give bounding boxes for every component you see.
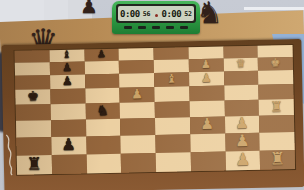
square-f7[interactable]: ♟ (50, 74, 85, 89)
piece-black-rook[interactable]: ♜ (26, 155, 42, 172)
square-d7[interactable] (50, 103, 85, 120)
clock-button[interactable] (138, 26, 146, 29)
clock-seconds-left: 56 (143, 10, 151, 18)
square-h8[interactable] (15, 50, 50, 63)
square-a8[interactable]: ♜ (17, 155, 52, 175)
square-c4[interactable] (155, 117, 190, 135)
piece-black-bishop[interactable]: ♝ (62, 50, 71, 60)
clock-button[interactable] (180, 26, 188, 29)
square-a1[interactable]: ♜ (260, 150, 295, 170)
board-grid: ♝♟♟♟♛♚♟♝♟♚♟♞♜♟♟♟♟♜♟♜ (15, 45, 296, 175)
piece-white-pawn[interactable]: ♟ (200, 117, 214, 132)
square-b4[interactable] (155, 134, 190, 153)
piece-white-king[interactable]: ♚ (270, 57, 280, 68)
wall-trim (244, 7, 304, 10)
square-g6[interactable] (84, 61, 119, 75)
square-d1[interactable]: ♜ (259, 99, 294, 116)
clock-time-left: 0:00 (120, 9, 140, 19)
square-b3[interactable] (190, 133, 225, 152)
square-g1[interactable]: ♚ (258, 57, 293, 71)
square-f1[interactable] (258, 70, 293, 85)
square-b5[interactable] (121, 135, 156, 154)
square-d6[interactable]: ♞ (85, 103, 120, 120)
square-a4[interactable] (156, 152, 191, 172)
square-c8[interactable] (16, 120, 51, 138)
clock-move-indicator (155, 14, 158, 17)
square-d5[interactable] (120, 102, 155, 119)
clock-seconds-right: 52 (184, 10, 192, 18)
piece-black-pawn[interactable]: ♟ (62, 62, 72, 73)
square-d4[interactable] (155, 101, 190, 118)
clock-display: 0:0056 0:0052 (118, 6, 194, 21)
square-e3[interactable] (189, 85, 224, 101)
piece-white-pawn[interactable]: ♟ (235, 116, 249, 131)
square-b6[interactable] (86, 136, 121, 155)
piece-black-knight[interactable]: ♞ (96, 103, 109, 117)
clock-button[interactable] (124, 26, 132, 29)
square-h6[interactable]: ♟ (84, 49, 119, 62)
square-e2[interactable] (224, 85, 259, 101)
square-a3[interactable] (190, 151, 225, 171)
piece-black-pawn[interactable]: ♟ (61, 137, 76, 153)
square-e7[interactable] (50, 88, 85, 104)
piece-black-king[interactable]: ♚ (27, 89, 39, 102)
square-c3[interactable]: ♟ (190, 116, 225, 134)
square-g5[interactable] (119, 60, 154, 74)
square-a2[interactable]: ♟ (225, 151, 260, 171)
square-c5[interactable] (120, 118, 155, 136)
square-h4[interactable] (154, 47, 189, 60)
signature-scribble (3, 131, 17, 177)
piece-black-pawn[interactable]: ♟ (62, 75, 73, 87)
piece-white-rook[interactable]: ♜ (270, 99, 283, 113)
square-f4[interactable]: ♝ (154, 72, 189, 87)
square-e8[interactable]: ♚ (15, 89, 50, 105)
piece-white-pawn[interactable]: ♟ (201, 59, 211, 70)
piece-white-pawn[interactable]: ♟ (235, 133, 250, 149)
clock-bezel: 0:0056 0:0052 (116, 4, 196, 23)
square-f6[interactable] (85, 74, 120, 89)
chess-board: ♝♟♟♟♛♚♟♝♟♚♟♞♜♟♟♟♟♜♟♜ (1, 39, 304, 190)
square-b7[interactable]: ♟ (51, 136, 86, 155)
piece-white-bishop[interactable]: ♝ (166, 72, 177, 84)
piece-white-rook[interactable]: ♜ (270, 150, 286, 167)
piece-white-pawn[interactable]: ♟ (131, 87, 143, 100)
square-e5[interactable]: ♟ (120, 87, 155, 103)
clock-time-right: 0:00 (162, 9, 182, 19)
square-a7[interactable] (51, 154, 86, 174)
square-d8[interactable] (16, 104, 51, 121)
piece-black-pawn[interactable]: ♟ (97, 49, 106, 59)
square-h5[interactable] (119, 48, 154, 61)
piece-white-queen[interactable]: ♛ (236, 58, 246, 69)
square-f2[interactable] (224, 71, 259, 86)
piece-white-pawn[interactable]: ♟ (235, 151, 251, 168)
square-c6[interactable] (85, 119, 120, 137)
scene: ♛♟♞ 0:0056 0:0052 ♝♟♟♟♛♚♟♝♟♚♟♞♜♟♟♟♟♜♟♜ (0, 0, 304, 190)
clock-buttons (122, 26, 190, 29)
square-a6[interactable] (86, 154, 121, 174)
piece-white-pawn[interactable]: ♟ (201, 72, 212, 84)
square-c1[interactable] (259, 115, 294, 133)
clock-button[interactable] (166, 26, 174, 29)
square-a5[interactable] (121, 153, 156, 173)
chess-clock: 0:0056 0:0052 (112, 1, 200, 34)
square-e4[interactable] (154, 86, 189, 102)
square-f3[interactable]: ♟ (189, 72, 224, 87)
square-g8[interactable] (15, 62, 50, 76)
clock-button[interactable] (152, 26, 160, 29)
square-g2[interactable]: ♛ (223, 58, 258, 72)
